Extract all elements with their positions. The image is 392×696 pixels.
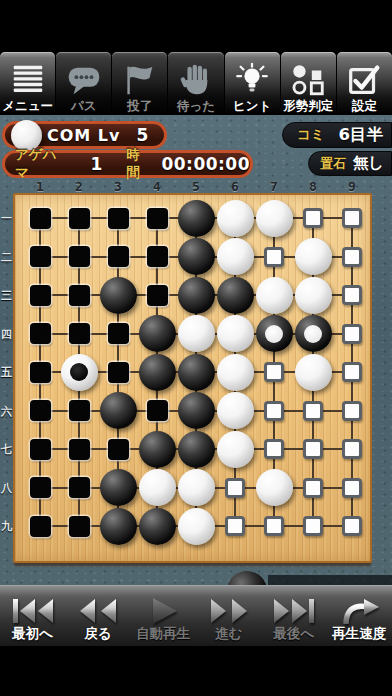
- black-territory-marker: [69, 323, 90, 344]
- hamburger-lines-icon: [9, 62, 47, 98]
- board-point[interactable]: [177, 468, 216, 507]
- row-label: 一: [0, 211, 13, 226]
- white-territory-marker: [342, 285, 362, 305]
- board-point[interactable]: [177, 430, 216, 469]
- time-value: 00:00:00: [161, 154, 250, 174]
- board-point[interactable]: [177, 314, 216, 353]
- stone-white: [217, 392, 254, 429]
- row-label: 三: [0, 288, 13, 303]
- board-point[interactable]: [255, 276, 294, 315]
- settings-button[interactable]: 設定: [337, 52, 392, 115]
- row-label: 七: [0, 442, 13, 457]
- board-point[interactable]: [21, 391, 60, 430]
- autoplay-label: 自動再生: [136, 625, 190, 643]
- white-territory-marker: [264, 247, 284, 267]
- flag-icon: [121, 62, 159, 98]
- black-territory-marker: [147, 246, 168, 267]
- column-label: 5: [186, 179, 206, 194]
- go-board[interactable]: [13, 193, 372, 563]
- player-info-pill: COM Lv 5: [2, 121, 167, 149]
- board-point[interactable]: [99, 353, 138, 392]
- lightbulb-icon: [233, 62, 271, 98]
- row-label: 二: [0, 250, 13, 265]
- black-territory-marker: [69, 285, 90, 306]
- board-point[interactable]: [60, 430, 99, 469]
- bottom-black-area: [0, 646, 392, 696]
- black-territory-marker: [69, 400, 90, 421]
- black-territory-marker: [30, 362, 51, 383]
- column-label: 9: [342, 179, 362, 194]
- stone-black: [139, 354, 176, 391]
- stone-black: [100, 469, 137, 506]
- board-point[interactable]: [60, 353, 99, 392]
- undo-button: 待った: [168, 52, 223, 115]
- board-point[interactable]: [294, 199, 333, 238]
- board-point[interactable]: [333, 314, 372, 353]
- board-point[interactable]: [60, 237, 99, 276]
- hint-button-label: ヒント: [233, 98, 271, 113]
- stone-black: [139, 315, 176, 352]
- column-label: 8: [303, 179, 323, 194]
- pass-button: パス: [56, 52, 111, 115]
- speed-button[interactable]: 再生速度: [327, 586, 392, 646]
- stone-white: [178, 315, 215, 352]
- row-label: 九: [0, 519, 13, 534]
- stone-white: [178, 508, 215, 545]
- com-level-label: COM Lv: [47, 126, 120, 145]
- board-point[interactable]: [99, 468, 138, 507]
- black-territory-marker: [30, 477, 51, 498]
- black-territory-marker: [30, 323, 51, 344]
- black-territory-marker: [147, 285, 168, 306]
- white-territory-marker: [303, 208, 323, 228]
- board-point[interactable]: [216, 391, 255, 430]
- komi-value: 6目半: [339, 124, 383, 146]
- board-point[interactable]: [21, 353, 60, 392]
- stone-black: [178, 238, 215, 275]
- black-territory-marker: [108, 362, 129, 383]
- black-territory-marker: [30, 516, 51, 537]
- row-label: 五: [0, 365, 13, 380]
- stone-black: [178, 354, 215, 391]
- column-label: 7: [264, 179, 284, 194]
- back-button[interactable]: 戻る: [65, 586, 130, 646]
- board-point[interactable]: [255, 430, 294, 469]
- column-label: 6: [225, 179, 245, 194]
- board-point[interactable]: [99, 237, 138, 276]
- board-point[interactable]: [255, 314, 294, 353]
- board-edge-shadow: [268, 575, 392, 585]
- board-point[interactable]: [21, 468, 60, 507]
- board-point[interactable]: [333, 430, 372, 469]
- app-screen: メニュー パス 投了: [0, 0, 392, 696]
- play-icon: [140, 597, 186, 625]
- stone-white: [256, 277, 293, 314]
- board-point[interactable]: [60, 391, 99, 430]
- white-territory-marker: [303, 478, 323, 498]
- raised-hand-icon: [177, 62, 215, 98]
- stone-white: [139, 469, 176, 506]
- board-point[interactable]: [99, 276, 138, 315]
- board-point[interactable]: [138, 314, 177, 353]
- board-point[interactable]: [99, 430, 138, 469]
- black-territory-marker: [108, 208, 129, 229]
- stone-black: [100, 277, 137, 314]
- stone-white: [295, 277, 332, 314]
- stone-white: [295, 238, 332, 275]
- board-point[interactable]: [333, 237, 372, 276]
- forward-label: 進む: [215, 625, 242, 643]
- hint-button[interactable]: ヒント: [225, 52, 280, 115]
- handicap-label: 置石: [320, 155, 346, 173]
- board-point[interactable]: [294, 430, 333, 469]
- column-label: 3: [108, 179, 128, 194]
- board-point[interactable]: [177, 507, 216, 546]
- white-territory-marker: [303, 516, 323, 536]
- board-point[interactable]: [333, 391, 372, 430]
- time-label: 時間: [126, 146, 151, 182]
- board-point[interactable]: [294, 507, 333, 546]
- board-point[interactable]: [333, 507, 372, 546]
- black-territory-marker: [30, 439, 51, 460]
- black-territory-marker: [69, 208, 90, 229]
- rewind-icon: [75, 597, 121, 625]
- board-point[interactable]: [177, 391, 216, 430]
- board-point[interactable]: [21, 507, 60, 546]
- board-point[interactable]: [138, 353, 177, 392]
- board-point[interactable]: [333, 276, 372, 315]
- white-territory-marker: [264, 401, 284, 421]
- back-label: 戻る: [84, 625, 111, 643]
- undo-button-label: 待った: [177, 98, 215, 113]
- to-end-button: 最後へ: [261, 586, 326, 646]
- stone-black: [217, 277, 254, 314]
- board-point[interactable]: [333, 468, 372, 507]
- stone-white: [217, 431, 254, 468]
- row-label: 六: [0, 404, 13, 419]
- board-point[interactable]: [177, 353, 216, 392]
- row-label: 四: [0, 327, 13, 342]
- board-point[interactable]: [255, 468, 294, 507]
- autoplay-button: 自動再生: [131, 586, 196, 646]
- column-label: 4: [147, 179, 167, 194]
- dead-mark-white-dot: [304, 325, 322, 343]
- board-point[interactable]: [60, 507, 99, 546]
- white-territory-marker: [342, 208, 362, 228]
- black-territory-marker: [69, 516, 90, 537]
- black-territory-marker: [69, 246, 90, 267]
- resign-button: 投了: [112, 52, 167, 115]
- board-point[interactable]: [216, 199, 255, 238]
- black-territory-marker: [30, 208, 51, 229]
- stone-white: [217, 238, 254, 275]
- captures-value: 1: [90, 154, 102, 174]
- board-point[interactable]: [99, 199, 138, 238]
- fast-forward-icon: [206, 597, 252, 625]
- board-point[interactable]: [294, 314, 333, 353]
- black-territory-marker: [69, 439, 90, 460]
- top-toolbar: メニュー パス 投了: [0, 52, 392, 115]
- board-point[interactable]: [177, 199, 216, 238]
- board-point[interactable]: [255, 199, 294, 238]
- white-territory-marker: [342, 439, 362, 459]
- board-point[interactable]: [99, 391, 138, 430]
- board-point[interactable]: [138, 468, 177, 507]
- board-point[interactable]: [60, 276, 99, 315]
- board-point[interactable]: [294, 276, 333, 315]
- stone-black: [178, 431, 215, 468]
- row-label: 八: [0, 481, 13, 496]
- black-territory-marker: [108, 439, 129, 460]
- board-point[interactable]: [216, 314, 255, 353]
- board-point[interactable]: [333, 199, 372, 238]
- curved-arrow-icon: [336, 597, 382, 625]
- board-point[interactable]: [177, 237, 216, 276]
- board-point[interactable]: [21, 237, 60, 276]
- column-label: 1: [30, 179, 50, 194]
- stone-white: [295, 354, 332, 391]
- stone-white: [217, 200, 254, 237]
- board-point[interactable]: [177, 276, 216, 315]
- board-point[interactable]: [255, 507, 294, 546]
- board-point[interactable]: [138, 507, 177, 546]
- stone-black: [139, 508, 176, 545]
- board-point[interactable]: [138, 430, 177, 469]
- board-point[interactable]: [216, 468, 255, 507]
- board-point[interactable]: [294, 391, 333, 430]
- resign-button-label: 投了: [127, 98, 152, 113]
- stone-black: [100, 508, 137, 545]
- forward-button: 進む: [196, 586, 261, 646]
- white-territory-marker: [342, 516, 362, 536]
- board-point[interactable]: [294, 353, 333, 392]
- playback-toolbar: 最初へ 戻る 自動再生 進む 最後へ: [0, 585, 392, 646]
- to-start-button[interactable]: 最初へ: [0, 586, 65, 646]
- speed-label: 再生速度: [332, 625, 386, 643]
- white-territory-marker: [264, 516, 284, 536]
- menu-button[interactable]: メニュー: [0, 52, 55, 115]
- white-territory-marker: [342, 247, 362, 267]
- settings-button-label: 設定: [352, 98, 377, 113]
- speech-bubble-icon: [65, 62, 103, 98]
- board-point[interactable]: [138, 276, 177, 315]
- black-territory-marker: [69, 477, 90, 498]
- stone-black: [178, 392, 215, 429]
- board-point[interactable]: [255, 391, 294, 430]
- com-level-value: 5: [136, 125, 148, 145]
- board-point[interactable]: [138, 391, 177, 430]
- stone-black: [178, 200, 215, 237]
- board-point[interactable]: [60, 199, 99, 238]
- captures-time-pill: アゲハマ 1 時間 00:00:00: [2, 150, 253, 178]
- komi-pill: コミ 6目半: [282, 122, 392, 148]
- checkbox-icon: [345, 62, 383, 98]
- captures-label: アゲハマ: [15, 146, 66, 182]
- column-label: 2: [69, 179, 89, 194]
- stone-white: [217, 354, 254, 391]
- white-territory-marker: [303, 401, 323, 421]
- white-territory-marker: [342, 401, 362, 421]
- stone-black: [100, 392, 137, 429]
- stone-white: [178, 469, 215, 506]
- black-territory-marker: [147, 208, 168, 229]
- white-territory-marker: [342, 324, 362, 344]
- black-territory-marker: [30, 285, 51, 306]
- board-point[interactable]: [255, 353, 294, 392]
- dead-mark-black-dot: [70, 363, 88, 381]
- skip-to-end-icon: [271, 597, 317, 625]
- board-point[interactable]: [138, 237, 177, 276]
- board-point[interactable]: [21, 314, 60, 353]
- white-territory-marker: [225, 478, 245, 498]
- board-point[interactable]: [99, 507, 138, 546]
- stone-white: [217, 315, 254, 352]
- white-territory-marker: [303, 439, 323, 459]
- stone-black: [139, 431, 176, 468]
- board-point[interactable]: [21, 276, 60, 315]
- to-start-label: 最初へ: [12, 625, 53, 643]
- black-territory-marker: [108, 246, 129, 267]
- board-point[interactable]: [216, 507, 255, 546]
- dead-mark-white-dot: [265, 325, 283, 343]
- dead-white-stone: [61, 354, 98, 391]
- shapes-judge-icon: [289, 62, 327, 98]
- board-point[interactable]: [216, 430, 255, 469]
- board-point[interactable]: [21, 430, 60, 469]
- black-territory-marker: [30, 246, 51, 267]
- board-point[interactable]: [60, 468, 99, 507]
- board-point[interactable]: [138, 199, 177, 238]
- board-point[interactable]: [333, 353, 372, 392]
- board-point[interactable]: [216, 237, 255, 276]
- black-territory-marker: [147, 400, 168, 421]
- board-point[interactable]: [216, 276, 255, 315]
- dead-black-stone: [295, 315, 332, 352]
- board-point[interactable]: [294, 468, 333, 507]
- board-point[interactable]: [60, 314, 99, 353]
- white-territory-marker: [342, 362, 362, 382]
- skip-to-start-icon: [10, 597, 56, 625]
- white-territory-marker: [264, 439, 284, 459]
- stone-white: [256, 200, 293, 237]
- dead-black-stone: [256, 315, 293, 352]
- board-point[interactable]: [99, 314, 138, 353]
- judge-button[interactable]: 形勢判定: [281, 52, 336, 115]
- white-territory-marker: [264, 362, 284, 382]
- to-end-label: 最後へ: [274, 625, 315, 643]
- board-point[interactable]: [294, 237, 333, 276]
- stone-white: [256, 469, 293, 506]
- black-territory-marker: [108, 323, 129, 344]
- stone-black: [178, 277, 215, 314]
- black-territory-marker: [30, 400, 51, 421]
- judge-button-label: 形勢判定: [283, 98, 333, 113]
- white-territory-marker: [342, 478, 362, 498]
- board-point[interactable]: [255, 237, 294, 276]
- handicap-pill: 置石 無し: [308, 151, 392, 176]
- handicap-value: 無し: [353, 153, 384, 174]
- menu-button-label: メニュー: [2, 98, 53, 113]
- board-point[interactable]: [21, 199, 60, 238]
- white-territory-marker: [225, 516, 245, 536]
- board-point[interactable]: [216, 353, 255, 392]
- komi-label: コミ: [297, 126, 325, 144]
- pass-button-label: パス: [71, 98, 97, 113]
